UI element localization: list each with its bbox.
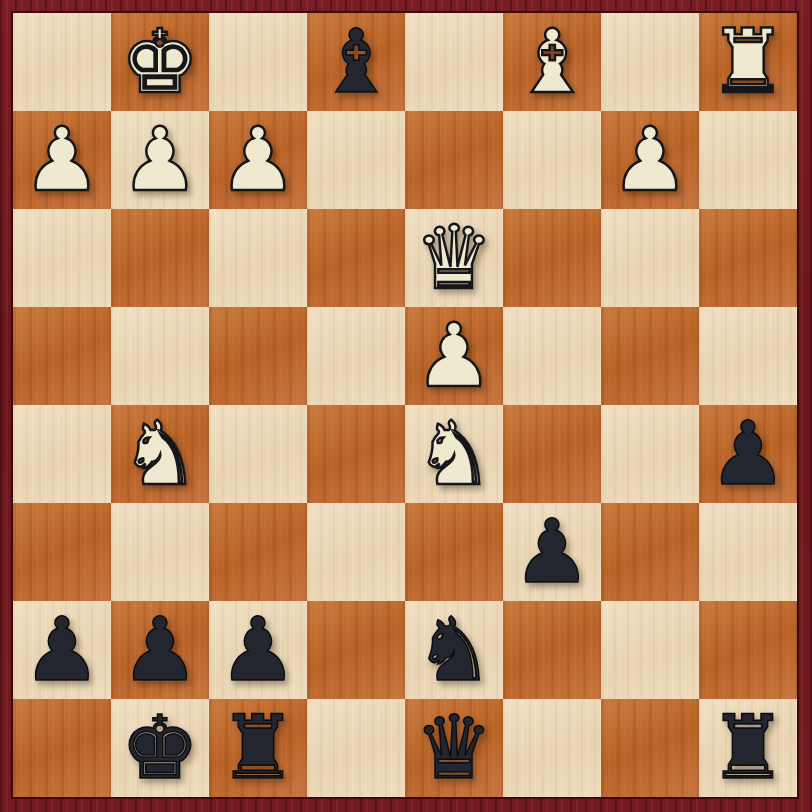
square-g5[interactable]: ♞ xyxy=(111,405,209,503)
square-e8[interactable] xyxy=(307,699,405,797)
square-d2[interactable] xyxy=(405,111,503,209)
piece-black-pawn[interactable]: ♟ xyxy=(219,601,298,699)
square-d7[interactable]: ♞ xyxy=(405,601,503,699)
square-a1[interactable]: ♜ xyxy=(699,13,797,111)
square-d4[interactable]: ♟ xyxy=(405,307,503,405)
square-f4[interactable] xyxy=(209,307,307,405)
square-h4[interactable] xyxy=(13,307,111,405)
square-c5[interactable] xyxy=(503,405,601,503)
piece-black-rook[interactable]: ♜ xyxy=(709,699,788,797)
square-e3[interactable] xyxy=(307,209,405,307)
square-g2[interactable]: ♟ xyxy=(111,111,209,209)
piece-black-pawn[interactable]: ♟ xyxy=(709,405,788,503)
piece-white-knight[interactable]: ♞ xyxy=(415,405,494,503)
piece-black-bishop[interactable]: ♝ xyxy=(317,13,396,111)
square-b3[interactable] xyxy=(601,209,699,307)
piece-black-pawn[interactable]: ♟ xyxy=(513,503,592,601)
square-c2[interactable] xyxy=(503,111,601,209)
piece-black-pawn[interactable]: ♟ xyxy=(23,601,102,699)
square-f7[interactable]: ♟ xyxy=(209,601,307,699)
chess-board: ♚♝♝♜♟♟♟♟♛♟♞♞♟♟♟♟♟♞♚♜♛♜ xyxy=(11,11,799,799)
square-b7[interactable] xyxy=(601,601,699,699)
square-b2[interactable]: ♟ xyxy=(601,111,699,209)
square-h5[interactable] xyxy=(13,405,111,503)
square-a2[interactable] xyxy=(699,111,797,209)
piece-black-queen[interactable]: ♛ xyxy=(415,699,494,797)
square-e2[interactable] xyxy=(307,111,405,209)
square-e7[interactable] xyxy=(307,601,405,699)
piece-white-queen[interactable]: ♛ xyxy=(415,209,494,307)
square-d6[interactable] xyxy=(405,503,503,601)
square-a3[interactable] xyxy=(699,209,797,307)
piece-black-pawn[interactable]: ♟ xyxy=(121,601,200,699)
square-a7[interactable] xyxy=(699,601,797,699)
square-a6[interactable] xyxy=(699,503,797,601)
piece-white-pawn[interactable]: ♟ xyxy=(121,111,200,209)
square-c3[interactable] xyxy=(503,209,601,307)
square-c7[interactable] xyxy=(503,601,601,699)
square-f5[interactable] xyxy=(209,405,307,503)
square-b8[interactable] xyxy=(601,699,699,797)
piece-black-rook[interactable]: ♜ xyxy=(219,699,298,797)
square-a5[interactable]: ♟ xyxy=(699,405,797,503)
square-b1[interactable] xyxy=(601,13,699,111)
square-b4[interactable] xyxy=(601,307,699,405)
board-frame: ♚♝♝♜♟♟♟♟♛♟♞♞♟♟♟♟♟♞♚♜♛♜ xyxy=(0,0,812,812)
square-g6[interactable] xyxy=(111,503,209,601)
piece-black-king[interactable]: ♚ xyxy=(121,699,200,797)
square-e1[interactable]: ♝ xyxy=(307,13,405,111)
square-c8[interactable] xyxy=(503,699,601,797)
piece-white-pawn[interactable]: ♟ xyxy=(23,111,102,209)
square-c1[interactable]: ♝ xyxy=(503,13,601,111)
square-b6[interactable] xyxy=(601,503,699,601)
square-a8[interactable]: ♜ xyxy=(699,699,797,797)
square-f1[interactable] xyxy=(209,13,307,111)
piece-white-pawn[interactable]: ♟ xyxy=(611,111,690,209)
square-g3[interactable] xyxy=(111,209,209,307)
square-f3[interactable] xyxy=(209,209,307,307)
piece-white-pawn[interactable]: ♟ xyxy=(219,111,298,209)
square-e5[interactable] xyxy=(307,405,405,503)
square-h3[interactable] xyxy=(13,209,111,307)
square-a4[interactable] xyxy=(699,307,797,405)
square-f6[interactable] xyxy=(209,503,307,601)
square-d3[interactable]: ♛ xyxy=(405,209,503,307)
piece-black-knight[interactable]: ♞ xyxy=(415,601,494,699)
square-c4[interactable] xyxy=(503,307,601,405)
square-g4[interactable] xyxy=(111,307,209,405)
square-f2[interactable]: ♟ xyxy=(209,111,307,209)
square-h2[interactable]: ♟ xyxy=(13,111,111,209)
square-g8[interactable]: ♚ xyxy=(111,699,209,797)
piece-white-bishop[interactable]: ♝ xyxy=(513,13,592,111)
square-g1[interactable]: ♚ xyxy=(111,13,209,111)
square-d5[interactable]: ♞ xyxy=(405,405,503,503)
square-d1[interactable] xyxy=(405,13,503,111)
piece-white-king[interactable]: ♚ xyxy=(121,13,200,111)
piece-white-pawn[interactable]: ♟ xyxy=(415,307,494,405)
square-h1[interactable] xyxy=(13,13,111,111)
square-h8[interactable] xyxy=(13,699,111,797)
square-b5[interactable] xyxy=(601,405,699,503)
square-e6[interactable] xyxy=(307,503,405,601)
square-d8[interactable]: ♛ xyxy=(405,699,503,797)
square-g7[interactable]: ♟ xyxy=(111,601,209,699)
piece-white-knight[interactable]: ♞ xyxy=(121,405,200,503)
square-f8[interactable]: ♜ xyxy=(209,699,307,797)
square-h7[interactable]: ♟ xyxy=(13,601,111,699)
piece-white-rook[interactable]: ♜ xyxy=(709,13,788,111)
square-c6[interactable]: ♟ xyxy=(503,503,601,601)
square-h6[interactable] xyxy=(13,503,111,601)
square-e4[interactable] xyxy=(307,307,405,405)
